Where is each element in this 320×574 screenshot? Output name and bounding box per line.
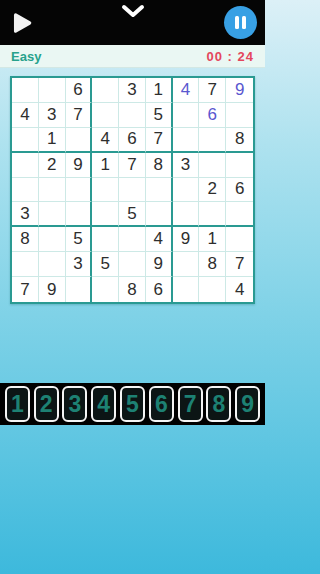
pause-button[interactable]: [224, 6, 257, 39]
sudoku-cell-r7c8[interactable]: 1: [199, 227, 226, 252]
sudoku-cell-r4c9[interactable]: [226, 153, 253, 178]
number-pad: 123456789: [0, 383, 265, 425]
sudoku-cell-r8c2[interactable]: [39, 252, 66, 277]
sudoku-cell-r7c6[interactable]: 4: [146, 227, 173, 252]
sudoku-cell-r6c4[interactable]: [92, 202, 119, 227]
sudoku-cell-r3c8[interactable]: [199, 128, 226, 153]
sudoku-cell-r9c8[interactable]: [199, 277, 226, 302]
timer: 00 : 24: [207, 49, 254, 64]
sudoku-cell-r8c7[interactable]: [173, 252, 200, 277]
sudoku-cell-r9c6[interactable]: 6: [146, 277, 173, 302]
sudoku-cell-r7c7[interactable]: 9: [173, 227, 200, 252]
sudoku-cell-r9c1[interactable]: 7: [12, 277, 39, 302]
sudoku-cell-r8c4[interactable]: 5: [92, 252, 119, 277]
sudoku-cell-r5c5[interactable]: [119, 178, 146, 203]
sudoku-cell-r4c1[interactable]: [12, 153, 39, 178]
numpad-key-5[interactable]: 5: [120, 386, 145, 422]
sudoku-cell-r3c1[interactable]: [12, 128, 39, 153]
sudoku-cell-r4c3[interactable]: 9: [66, 153, 93, 178]
numpad-key-6[interactable]: 6: [149, 386, 174, 422]
sudoku-cell-r2c5[interactable]: [119, 103, 146, 128]
sudoku-cell-r7c3[interactable]: 5: [66, 227, 93, 252]
sudoku-cell-r2c6[interactable]: 5: [146, 103, 173, 128]
difficulty-label: Easy: [11, 49, 41, 64]
sudoku-cell-r1c3[interactable]: 6: [66, 78, 93, 103]
sudoku-cell-r9c4[interactable]: [92, 277, 119, 302]
sudoku-cell-r1c8[interactable]: 7: [199, 78, 226, 103]
sudoku-cell-r2c9[interactable]: [226, 103, 253, 128]
sudoku-cell-r1c5[interactable]: 3: [119, 78, 146, 103]
numpad-key-9[interactable]: 9: [235, 386, 260, 422]
pause-icon: [235, 16, 239, 29]
sudoku-cell-r7c1[interactable]: 8: [12, 227, 39, 252]
sudoku-cell-r3c4[interactable]: 4: [92, 128, 119, 153]
collapse-chevron-button[interactable]: [120, 4, 146, 18]
play-icon: [8, 10, 34, 36]
sudoku-cell-r4c5[interactable]: 7: [119, 153, 146, 178]
sudoku-cell-r8c1[interactable]: [12, 252, 39, 277]
numpad-key-8[interactable]: 8: [206, 386, 231, 422]
sudoku-cell-r9c9[interactable]: 4: [226, 277, 253, 302]
sudoku-cell-r7c9[interactable]: [226, 227, 253, 252]
sudoku-cell-r3c9[interactable]: 8: [226, 128, 253, 153]
sudoku-cell-r6c8[interactable]: [199, 202, 226, 227]
sudoku-cell-r6c5[interactable]: 5: [119, 202, 146, 227]
sudoku-cell-r5c9[interactable]: 6: [226, 178, 253, 203]
sudoku-cell-r2c1[interactable]: 4: [12, 103, 39, 128]
sudoku-cell-r4c2[interactable]: 2: [39, 153, 66, 178]
sudoku-cell-r6c2[interactable]: [39, 202, 66, 227]
sudoku-cell-r5c2[interactable]: [39, 178, 66, 203]
numpad-key-1[interactable]: 1: [5, 386, 30, 422]
sudoku-cell-r9c2[interactable]: 9: [39, 277, 66, 302]
sudoku-cell-r7c5[interactable]: [119, 227, 146, 252]
app-screen: Easy 00 : 24 631479437561467829178326358…: [0, 0, 265, 425]
numpad-key-2[interactable]: 2: [34, 386, 59, 422]
sudoku-cell-r5c7[interactable]: [173, 178, 200, 203]
sudoku-cell-r8c3[interactable]: 3: [66, 252, 93, 277]
board-area: 6314794375614678291783263585491359877986…: [0, 68, 265, 304]
chevron-down-icon: [120, 4, 146, 18]
sudoku-cell-r3c5[interactable]: 6: [119, 128, 146, 153]
sudoku-cell-r3c7[interactable]: [173, 128, 200, 153]
sudoku-cell-r7c2[interactable]: [39, 227, 66, 252]
sudoku-cell-r8c5[interactable]: [119, 252, 146, 277]
sudoku-cell-r9c5[interactable]: 8: [119, 277, 146, 302]
sudoku-cell-r2c3[interactable]: 7: [66, 103, 93, 128]
sudoku-cell-r5c1[interactable]: [12, 178, 39, 203]
sudoku-cell-r2c8[interactable]: 6: [199, 103, 226, 128]
sudoku-cell-r4c4[interactable]: 1: [92, 153, 119, 178]
sudoku-cell-r5c3[interactable]: [66, 178, 93, 203]
sudoku-cell-r1c7[interactable]: 4: [173, 78, 200, 103]
sudoku-cell-r6c1[interactable]: 3: [12, 202, 39, 227]
numpad-key-3[interactable]: 3: [62, 386, 87, 422]
sudoku-cell-r5c6[interactable]: [146, 178, 173, 203]
sudoku-cell-r1c1[interactable]: [12, 78, 39, 103]
sudoku-cell-r4c7[interactable]: 3: [173, 153, 200, 178]
sudoku-cell-r6c7[interactable]: [173, 202, 200, 227]
top-bar: [0, 0, 265, 45]
sudoku-board: 6314794375614678291783263585491359877986…: [10, 76, 255, 304]
sudoku-cell-r8c9[interactable]: 7: [226, 252, 253, 277]
sudoku-cell-r2c2[interactable]: 3: [39, 103, 66, 128]
sudoku-cell-r2c7[interactable]: [173, 103, 200, 128]
sudoku-cell-r6c3[interactable]: [66, 202, 93, 227]
sudoku-cell-r1c6[interactable]: 1: [146, 78, 173, 103]
sudoku-cell-r4c6[interactable]: 8: [146, 153, 173, 178]
numpad-key-4[interactable]: 4: [91, 386, 116, 422]
sudoku-cell-r6c9[interactable]: [226, 202, 253, 227]
sudoku-cell-r8c6[interactable]: 9: [146, 252, 173, 277]
sudoku-cell-r3c2[interactable]: 1: [39, 128, 66, 153]
sudoku-cell-r3c6[interactable]: 7: [146, 128, 173, 153]
sudoku-cell-r5c4[interactable]: [92, 178, 119, 203]
sudoku-cell-r6c6[interactable]: [146, 202, 173, 227]
sudoku-cell-r3c3[interactable]: [66, 128, 93, 153]
status-bar: Easy 00 : 24: [0, 45, 265, 68]
sudoku-cell-r9c3[interactable]: [66, 277, 93, 302]
sudoku-cell-r1c9[interactable]: 9: [226, 78, 253, 103]
sudoku-cell-r9c7[interactable]: [173, 277, 200, 302]
sudoku-cell-r4c8[interactable]: [199, 153, 226, 178]
sudoku-cell-r5c8[interactable]: 2: [199, 178, 226, 203]
sudoku-cell-r8c8[interactable]: 8: [199, 252, 226, 277]
sudoku-cell-r2c4[interactable]: [92, 103, 119, 128]
sudoku-cell-r1c4[interactable]: [92, 78, 119, 103]
sudoku-cell-r1c2[interactable]: [39, 78, 66, 103]
numpad-key-7[interactable]: 7: [178, 386, 203, 422]
sudoku-cell-r7c4[interactable]: [92, 227, 119, 252]
play-button[interactable]: [8, 10, 34, 36]
